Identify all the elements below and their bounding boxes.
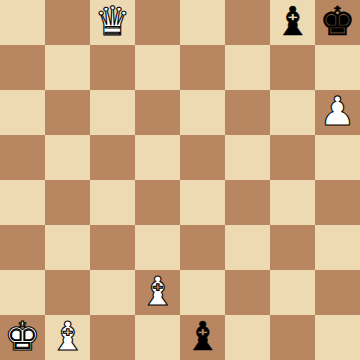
square-h6[interactable]: ♟ [315,90,360,135]
square-c5[interactable] [90,135,135,180]
square-h7[interactable] [315,45,360,90]
square-a6[interactable] [0,90,45,135]
piece-white-bishop[interactable]: ♝ [140,269,176,314]
square-a2[interactable] [0,270,45,315]
square-g3[interactable] [270,225,315,270]
square-g2[interactable] [270,270,315,315]
square-b4[interactable] [45,180,90,225]
square-c7[interactable] [90,45,135,90]
square-g8[interactable]: ♝ [270,0,315,45]
square-b6[interactable] [45,90,90,135]
square-f4[interactable] [225,180,270,225]
square-b2[interactable] [45,270,90,315]
square-a4[interactable] [0,180,45,225]
chess-board: ♛♝♚♟♝♚♝♝ [0,0,360,360]
square-h2[interactable] [315,270,360,315]
square-c3[interactable] [90,225,135,270]
square-e5[interactable] [180,135,225,180]
square-f6[interactable] [225,90,270,135]
square-d8[interactable] [135,0,180,45]
square-c8[interactable]: ♛ [90,0,135,45]
square-c1[interactable] [90,315,135,360]
square-g6[interactable] [270,90,315,135]
square-b3[interactable] [45,225,90,270]
piece-black-bishop[interactable]: ♝ [185,314,221,359]
square-b7[interactable] [45,45,90,90]
square-g5[interactable] [270,135,315,180]
square-a3[interactable] [0,225,45,270]
square-d2[interactable]: ♝ [135,270,180,315]
square-a1[interactable]: ♚ [0,315,45,360]
square-h4[interactable] [315,180,360,225]
square-f8[interactable] [225,0,270,45]
square-f3[interactable] [225,225,270,270]
square-b8[interactable] [45,0,90,45]
square-e1[interactable]: ♝ [180,315,225,360]
piece-white-bishop[interactable]: ♝ [50,314,86,359]
piece-white-king[interactable]: ♚ [5,314,41,359]
square-d5[interactable] [135,135,180,180]
square-e2[interactable] [180,270,225,315]
square-b1[interactable]: ♝ [45,315,90,360]
square-b5[interactable] [45,135,90,180]
piece-white-queen[interactable]: ♛ [95,0,131,44]
square-a5[interactable] [0,135,45,180]
square-f1[interactable] [225,315,270,360]
square-h3[interactable] [315,225,360,270]
square-f5[interactable] [225,135,270,180]
square-d6[interactable] [135,90,180,135]
square-a7[interactable] [0,45,45,90]
square-g7[interactable] [270,45,315,90]
square-g1[interactable] [270,315,315,360]
square-c2[interactable] [90,270,135,315]
piece-black-king[interactable]: ♚ [320,0,356,44]
piece-white-pawn[interactable]: ♟ [320,89,356,134]
square-h1[interactable] [315,315,360,360]
square-e4[interactable] [180,180,225,225]
square-d3[interactable] [135,225,180,270]
square-e7[interactable] [180,45,225,90]
square-d1[interactable] [135,315,180,360]
square-e6[interactable] [180,90,225,135]
square-h8[interactable]: ♚ [315,0,360,45]
square-d7[interactable] [135,45,180,90]
square-c4[interactable] [90,180,135,225]
square-e3[interactable] [180,225,225,270]
square-h5[interactable] [315,135,360,180]
square-f7[interactable] [225,45,270,90]
square-e8[interactable] [180,0,225,45]
piece-black-bishop[interactable]: ♝ [275,0,311,44]
square-d4[interactable] [135,180,180,225]
square-c6[interactable] [90,90,135,135]
square-g4[interactable] [270,180,315,225]
square-a8[interactable] [0,0,45,45]
square-f2[interactable] [225,270,270,315]
